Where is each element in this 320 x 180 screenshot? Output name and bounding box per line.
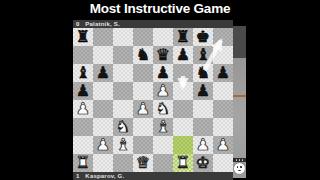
black-rook: ♜: [73, 28, 93, 46]
square-g6[interactable]: ♞: [193, 64, 213, 82]
white-pawn: ♟: [213, 136, 233, 154]
white-rook: ♜: [73, 154, 93, 172]
square-f6[interactable]: [173, 64, 193, 82]
white-knight: ♞: [153, 100, 173, 118]
square-a2[interactable]: [73, 136, 93, 154]
square-h7[interactable]: [213, 46, 233, 64]
white-bishop: ♝: [153, 118, 173, 136]
square-d8[interactable]: [133, 28, 153, 46]
black-pawn: ♟: [193, 82, 213, 100]
page-title: Most Instructive Game: [0, 1, 320, 16]
player-top-score: 0: [76, 20, 79, 28]
square-d4[interactable]: ♟: [133, 100, 153, 118]
side-panel-accent-line: [233, 95, 246, 97]
square-b6[interactable]: ♟: [93, 64, 113, 82]
black-pawn: ♟: [213, 64, 233, 82]
square-e2[interactable]: [153, 136, 173, 154]
black-pawn: ♟: [153, 64, 173, 82]
white-queen: ♛: [133, 154, 153, 172]
square-e7[interactable]: ♛: [153, 46, 173, 64]
white-pawn: ♟: [193, 136, 213, 154]
white-knight: ♞: [113, 118, 133, 136]
square-a6[interactable]: ♝: [73, 64, 93, 82]
square-e1[interactable]: [153, 154, 173, 172]
black-king: ♚: [193, 28, 213, 46]
white-king: ♚: [193, 154, 213, 172]
chess-panel: 0 Palatnik, S. ♜♜♚♞♛♟♝♝♟♟♞♟♟♟♟♟♟♞♞♝♟♝♟♟♜…: [73, 20, 233, 180]
black-knight: ♞: [133, 46, 153, 64]
square-h8[interactable]: [213, 28, 233, 46]
side-panel-header: [233, 26, 246, 58]
square-a1[interactable]: ♜: [73, 154, 93, 172]
square-g1[interactable]: ♚: [193, 154, 213, 172]
square-d7[interactable]: ♞: [133, 46, 153, 64]
black-pawn: ♟: [93, 64, 113, 82]
square-a3[interactable]: [73, 118, 93, 136]
chess-board: ♜♜♚♞♛♟♝♝♟♟♞♟♟♟♟♟♟♞♞♝♟♝♟♟♜♛♜♚: [73, 28, 233, 172]
square-a7[interactable]: [73, 46, 93, 64]
square-c4[interactable]: [113, 100, 133, 118]
black-bishop: ♝: [193, 46, 213, 64]
square-e5[interactable]: ♟: [153, 82, 173, 100]
square-h6[interactable]: ♟: [213, 64, 233, 82]
square-b8[interactable]: [93, 28, 113, 46]
square-d6[interactable]: [133, 64, 153, 82]
square-e6[interactable]: ♟: [153, 64, 173, 82]
black-bishop: ♝: [73, 64, 93, 82]
square-d3[interactable]: [133, 118, 153, 136]
square-h1[interactable]: [213, 154, 233, 172]
square-b2[interactable]: ♟: [93, 136, 113, 154]
square-b3[interactable]: [93, 118, 113, 136]
player-bottom-name: Kasparov, G.: [85, 172, 124, 180]
square-d1[interactable]: ♛: [133, 154, 153, 172]
square-c5[interactable]: [113, 82, 133, 100]
square-c7[interactable]: [113, 46, 133, 64]
square-g7[interactable]: ♝: [193, 46, 213, 64]
square-e4[interactable]: ♞: [153, 100, 173, 118]
square-a4[interactable]: ♟: [73, 100, 93, 118]
square-h5[interactable]: [213, 82, 233, 100]
square-f1[interactable]: ♜: [173, 154, 193, 172]
square-c6[interactable]: [113, 64, 133, 82]
square-c2[interactable]: ♝: [113, 136, 133, 154]
white-pawn: ♟: [73, 100, 93, 118]
player-bottom-score: 1: [76, 172, 79, 180]
side-panel-strip: [233, 26, 246, 178]
player-bar-top: 0 Palatnik, S.: [73, 20, 233, 28]
square-d5[interactable]: [133, 82, 153, 100]
square-f4[interactable]: [173, 100, 193, 118]
square-g8[interactable]: ♚: [193, 28, 213, 46]
square-e3[interactable]: ♝: [153, 118, 173, 136]
white-bishop: ♝: [113, 136, 133, 154]
black-knight: ♞: [193, 64, 213, 82]
video-frame: Most Instructive Game 0 Palatnik, S. ♜♜♚…: [0, 0, 320, 180]
square-g2[interactable]: ♟: [193, 136, 213, 154]
black-queen: ♛: [153, 46, 173, 64]
square-h2[interactable]: ♟: [213, 136, 233, 154]
square-f3[interactable]: [173, 118, 193, 136]
black-pawn: ♟: [73, 82, 93, 100]
white-pawn: ♟: [93, 136, 113, 154]
square-b4[interactable]: [93, 100, 113, 118]
square-h3[interactable]: [213, 118, 233, 136]
square-f2[interactable]: [173, 136, 193, 154]
square-g5[interactable]: ♟: [193, 82, 213, 100]
square-f5[interactable]: [173, 82, 193, 100]
square-b1[interactable]: [93, 154, 113, 172]
square-b7[interactable]: [93, 46, 113, 64]
square-b5[interactable]: [93, 82, 113, 100]
player-top-name: Palatnik, S.: [85, 20, 119, 28]
square-a8[interactable]: ♜: [73, 28, 93, 46]
black-rook: ♜: [173, 28, 193, 46]
white-pawn: ♟: [153, 82, 173, 100]
square-c1[interactable]: [113, 154, 133, 172]
square-c3[interactable]: ♞: [113, 118, 133, 136]
square-f7[interactable]: ♟: [173, 46, 193, 64]
white-rook: ♜: [173, 154, 193, 172]
square-e8[interactable]: [153, 28, 173, 46]
square-g4[interactable]: [193, 100, 213, 118]
channel-avatar[interactable]: [234, 163, 245, 174]
white-pawn: ♟: [133, 100, 153, 118]
square-g3[interactable]: [193, 118, 213, 136]
square-d2[interactable]: [133, 136, 153, 154]
square-h4[interactable]: [213, 100, 233, 118]
player-bar-bottom: 1 Kasparov, G.: [73, 172, 233, 180]
menu-dots-icon[interactable]: [233, 158, 246, 162]
square-f8[interactable]: ♜: [173, 28, 193, 46]
square-c8[interactable]: [113, 28, 133, 46]
square-a5[interactable]: ♟: [73, 82, 93, 100]
black-pawn: ♟: [173, 46, 193, 64]
